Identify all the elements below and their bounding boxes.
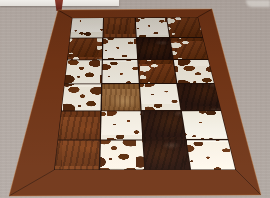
patch-r1c1 <box>70 18 103 38</box>
patch-r2c4 <box>170 38 208 60</box>
patch-r5c3 <box>142 111 185 139</box>
patch-r6c3 <box>144 140 190 169</box>
sofa-leg <box>55 0 63 11</box>
patch-r3c3 <box>138 60 176 84</box>
patch-r5c2 <box>101 111 142 139</box>
patch-r4c2 <box>102 84 141 110</box>
patch-r3c1 <box>65 60 102 83</box>
patch-r6c1 <box>55 140 100 169</box>
patch-r3c2 <box>102 60 138 84</box>
room-scene <box>0 0 270 198</box>
patch-r3c4 <box>174 60 214 84</box>
patch-r4c1 <box>62 84 102 110</box>
patch-r1c3 <box>136 18 170 38</box>
patch-r4c3 <box>140 84 181 110</box>
patch-r5c1 <box>58 111 100 139</box>
patch-r2c2 <box>103 38 137 59</box>
patch-r5c4 <box>182 111 228 139</box>
patch-r1c2 <box>103 18 135 38</box>
patch-r4c4 <box>178 84 221 111</box>
background-object <box>246 0 270 7</box>
patch-r6c4 <box>187 140 236 169</box>
patch-r6c2 <box>100 140 144 169</box>
patch-r2c3 <box>137 38 173 60</box>
patch-r1c4 <box>167 17 202 37</box>
patch-r2c1 <box>68 38 103 59</box>
